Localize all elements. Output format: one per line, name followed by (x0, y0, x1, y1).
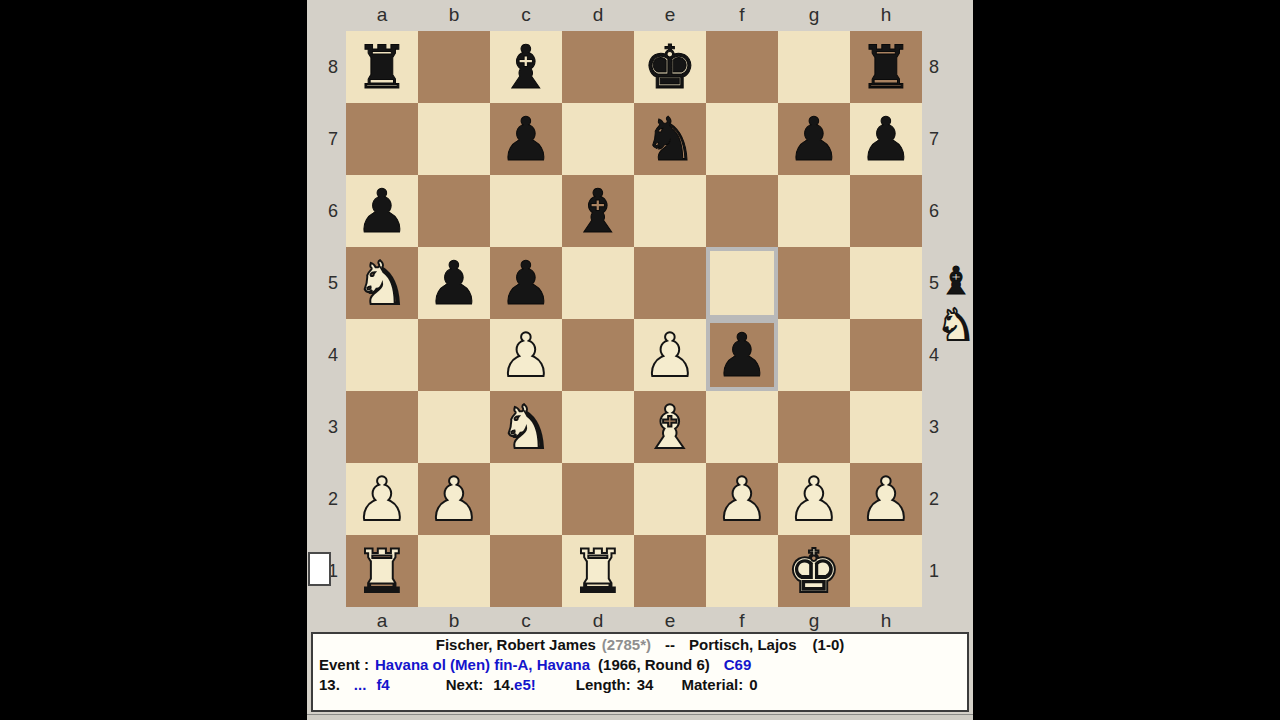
square-b3[interactable] (418, 391, 490, 463)
captured-black-bishop: ♝ (939, 262, 973, 300)
next-move[interactable]: e5 (514, 676, 531, 693)
bottom-strip (307, 714, 973, 720)
file-label-h: h (850, 608, 922, 634)
white-bishop: ♝ (643, 397, 697, 457)
square-f7[interactable] (706, 103, 778, 175)
square-a2[interactable]: ♟ (346, 463, 418, 535)
square-h7[interactable]: ♟ (850, 103, 922, 175)
rank-label-3: 3 (925, 391, 943, 463)
square-b4[interactable] (418, 319, 490, 391)
chess-viewer: abcdefgh 87654321 ♜♝♚♜♟♞♟♟♟♝♞♟♟♟♟♟♞♝♟♟♟♟… (307, 0, 973, 720)
square-f6[interactable] (706, 175, 778, 247)
square-b5[interactable]: ♟ (418, 247, 490, 319)
square-e1[interactable] (634, 535, 706, 607)
rank-label-4: 4 (324, 319, 342, 391)
event-label: Event : (319, 656, 369, 673)
square-f4[interactable]: ♟ (706, 319, 778, 391)
square-g8[interactable] (778, 31, 850, 103)
black-pawn: ♟ (787, 109, 841, 169)
square-c6[interactable] (490, 175, 562, 247)
white-pawn: ♟ (715, 469, 769, 529)
square-e2[interactable] (634, 463, 706, 535)
white-pawn: ♟ (859, 469, 913, 529)
rank-label-7: 7 (925, 103, 943, 175)
captured-white-knight: ♞ (936, 303, 975, 347)
white-player-name: Fischer, Robert James (436, 636, 596, 653)
square-h3[interactable] (850, 391, 922, 463)
square-c2[interactable] (490, 463, 562, 535)
move-number: 13. (319, 676, 340, 693)
event-details: (1966, Round 6) (598, 656, 710, 673)
file-label-c: c (490, 2, 562, 30)
square-a8[interactable]: ♜ (346, 31, 418, 103)
black-pawn: ♟ (499, 253, 553, 313)
file-label-f: f (706, 2, 778, 30)
file-label-c: c (490, 608, 562, 634)
square-b7[interactable] (418, 103, 490, 175)
black-knight: ♞ (643, 109, 697, 169)
square-d6[interactable]: ♝ (562, 175, 634, 247)
side-to-move-indicator (308, 552, 331, 586)
square-d2[interactable] (562, 463, 634, 535)
square-g5[interactable] (778, 247, 850, 319)
white-king: ♚ (787, 541, 841, 601)
square-d3[interactable] (562, 391, 634, 463)
eco-code[interactable]: C69 (724, 656, 752, 673)
square-d8[interactable] (562, 31, 634, 103)
square-a3[interactable] (346, 391, 418, 463)
rank-labels-left: 87654321 (324, 31, 342, 607)
file-label-a: a (346, 608, 418, 634)
square-f3[interactable] (706, 391, 778, 463)
last-move[interactable]: f4 (376, 676, 389, 693)
square-b8[interactable] (418, 31, 490, 103)
square-h5[interactable] (850, 247, 922, 319)
black-rook: ♜ (859, 37, 913, 97)
black-pawn: ♟ (859, 109, 913, 169)
file-labels-top: abcdefgh (346, 2, 922, 30)
rank-label-6: 6 (324, 175, 342, 247)
rank-label-8: 8 (925, 31, 943, 103)
square-b1[interactable] (418, 535, 490, 607)
square-c7[interactable]: ♟ (490, 103, 562, 175)
square-c8[interactable]: ♝ (490, 31, 562, 103)
material-value: 0 (749, 676, 757, 693)
square-h2[interactable]: ♟ (850, 463, 922, 535)
move-dots: ... (354, 676, 367, 693)
square-a5[interactable]: ♞ (346, 247, 418, 319)
white-rating: (2785*) (602, 636, 651, 653)
file-label-d: d (562, 608, 634, 634)
square-g1[interactable]: ♚ (778, 535, 850, 607)
square-b6[interactable] (418, 175, 490, 247)
black-bishop: ♝ (499, 37, 553, 97)
square-e5[interactable] (634, 247, 706, 319)
square-h1[interactable] (850, 535, 922, 607)
square-b2[interactable]: ♟ (418, 463, 490, 535)
square-c4[interactable]: ♟ (490, 319, 562, 391)
white-pawn: ♟ (643, 325, 697, 385)
black-pawn: ♟ (355, 181, 409, 241)
square-h6[interactable] (850, 175, 922, 247)
square-f5[interactable] (706, 247, 778, 319)
square-h4[interactable] (850, 319, 922, 391)
rank-label-7: 7 (324, 103, 342, 175)
square-e6[interactable] (634, 175, 706, 247)
black-pawn: ♟ (427, 253, 481, 313)
file-label-b: b (418, 2, 490, 30)
length-value: 34 (637, 676, 654, 693)
length-label: Length: (576, 676, 631, 693)
players-line: Fischer, Robert James(2785*)--Portisch, … (319, 636, 961, 653)
players-separator: -- (665, 636, 675, 653)
square-f1[interactable] (706, 535, 778, 607)
white-rook: ♜ (355, 541, 409, 601)
file-label-e: e (634, 608, 706, 634)
white-pawn: ♟ (355, 469, 409, 529)
square-e3[interactable]: ♝ (634, 391, 706, 463)
file-label-d: d (562, 2, 634, 30)
square-h8[interactable]: ♜ (850, 31, 922, 103)
file-label-h: h (850, 2, 922, 30)
white-pawn: ♟ (787, 469, 841, 529)
square-a1[interactable]: ♜ (346, 535, 418, 607)
white-rook: ♜ (571, 541, 625, 601)
game-result: (1-0) (813, 636, 845, 653)
white-knight: ♞ (355, 253, 409, 313)
rank-label-2: 2 (925, 463, 943, 535)
square-f8[interactable] (706, 31, 778, 103)
white-knight: ♞ (499, 397, 553, 457)
rank-label-5: 5 (324, 247, 342, 319)
black-bishop: ♝ (571, 181, 625, 241)
file-labels-bottom: abcdefgh (346, 608, 922, 634)
square-c5[interactable]: ♟ (490, 247, 562, 319)
white-pawn: ♟ (499, 325, 553, 385)
file-label-b: b (418, 608, 490, 634)
square-g7[interactable]: ♟ (778, 103, 850, 175)
square-d7[interactable] (562, 103, 634, 175)
square-g4[interactable] (778, 319, 850, 391)
move-line: 13....f4Next:14.e5!Length:34Material:0 (319, 676, 961, 693)
white-pawn: ♟ (427, 469, 481, 529)
square-e8[interactable]: ♚ (634, 31, 706, 103)
rank-label-2: 2 (324, 463, 342, 535)
square-a6[interactable]: ♟ (346, 175, 418, 247)
rank-label-1: 1 (925, 535, 943, 607)
square-d1[interactable]: ♜ (562, 535, 634, 607)
black-pawn: ♟ (499, 109, 553, 169)
black-king: ♚ (643, 37, 697, 97)
file-label-e: e (634, 2, 706, 30)
square-g3[interactable] (778, 391, 850, 463)
square-a7[interactable] (346, 103, 418, 175)
square-c1[interactable] (490, 535, 562, 607)
chess-board: ♜♝♚♜♟♞♟♟♟♝♞♟♟♟♟♟♞♝♟♟♟♟♟♜♜♚ (346, 31, 922, 607)
captured-pieces-tray: ♝♞ (933, 262, 979, 347)
file-label-a: a (346, 2, 418, 30)
event-line: Event :Havana ol (Men) fin-A, Havana(196… (319, 656, 961, 673)
square-d5[interactable] (562, 247, 634, 319)
black-pawn: ♟ (715, 325, 769, 385)
rank-label-3: 3 (324, 391, 342, 463)
square-d4[interactable] (562, 319, 634, 391)
next-move-annotation: ! (531, 676, 536, 693)
file-label-f: f (706, 608, 778, 634)
next-label: Next: (446, 676, 484, 693)
square-f2[interactable]: ♟ (706, 463, 778, 535)
square-e4[interactable]: ♟ (634, 319, 706, 391)
material-label: Material: (681, 676, 743, 693)
square-g6[interactable] (778, 175, 850, 247)
file-label-g: g (778, 608, 850, 634)
square-a4[interactable] (346, 319, 418, 391)
event-name[interactable]: Havana ol (Men) fin-A, Havana (375, 656, 590, 673)
game-info-panel: Fischer, Robert James(2785*)--Portisch, … (311, 632, 969, 712)
rank-label-8: 8 (324, 31, 342, 103)
rank-label-6: 6 (925, 175, 943, 247)
next-move-number: 14. (493, 676, 514, 693)
square-e7[interactable]: ♞ (634, 103, 706, 175)
square-g2[interactable]: ♟ (778, 463, 850, 535)
square-c3[interactable]: ♞ (490, 391, 562, 463)
black-player-name: Portisch, Lajos (689, 636, 797, 653)
black-rook: ♜ (355, 37, 409, 97)
file-label-g: g (778, 2, 850, 30)
